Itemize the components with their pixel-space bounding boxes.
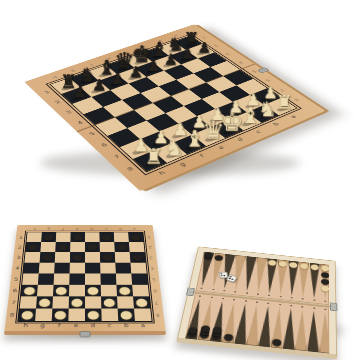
coordinate-label: 1	[144, 235, 153, 241]
peg-hole	[234, 291, 236, 292]
coordinate-label: 4	[234, 59, 247, 66]
coordinate-label: b	[116, 226, 125, 232]
backgammon-point	[307, 310, 319, 352]
backgammon-tilt: ●●●●●●●●●●●● ●●●●●●●●●●	[176, 246, 337, 359]
peg-hole	[279, 296, 281, 298]
black-pawn-icon: ♟	[111, 72, 125, 86]
checkers-square	[24, 252, 40, 262]
coordinate-label: a	[130, 226, 139, 232]
coordinate-label: 4	[73, 119, 87, 127]
black-pawn-icon: ♟	[181, 47, 194, 61]
light-checker-icon: ●	[120, 309, 133, 320]
peg-hole	[279, 304, 281, 306]
peg-hole	[257, 293, 259, 295]
checkers-square	[85, 263, 100, 274]
coordinate-label: 6	[97, 141, 112, 150]
checkers-square	[115, 263, 131, 274]
white-rook-icon: ♜	[276, 94, 293, 111]
peg-hole	[267, 303, 269, 305]
coordinate-label: 4	[148, 265, 158, 271]
backgammon-point	[246, 304, 262, 346]
checkers-square: ●	[21, 285, 38, 297]
checkers-square	[100, 263, 116, 274]
dark-checker-icon: ●	[72, 233, 83, 242]
checkers-square: ●	[114, 242, 129, 252]
checkers-grid: ●●●●●●●●●●●●●●●●●●●●●●●●	[18, 232, 151, 321]
coordinate-label: a	[138, 322, 149, 330]
checkers-square	[100, 273, 116, 284]
black-backgammon-checker-icon: ●	[271, 337, 283, 347]
dark-checker-icon: ●	[101, 233, 112, 242]
checkers-square: ●	[99, 232, 114, 242]
checkers-square: ●	[85, 309, 102, 322]
peg-hole	[233, 299, 235, 301]
light-checker-icon: ●	[23, 285, 36, 295]
coordinate-label: 5	[247, 68, 261, 75]
checkers-square: ●	[100, 252, 115, 262]
peg-hole	[313, 299, 315, 301]
dark-checker-icon: ●	[102, 252, 114, 261]
coordinate-label: d	[88, 322, 98, 330]
white-queen-icon: ♛	[202, 120, 224, 142]
peg-hole	[256, 301, 258, 303]
checkers-square: ●	[85, 242, 100, 252]
checkers-square	[70, 263, 85, 274]
light-backgammon-checker-icon: ●	[309, 263, 319, 271]
coordinate-label: e	[73, 226, 81, 232]
light-checker-icon: ●	[71, 297, 84, 308]
checkers-square	[35, 309, 52, 322]
checkers-square	[130, 263, 146, 274]
checkers-square	[23, 263, 39, 274]
coordinate-label: 2	[51, 98, 65, 106]
dark-checker-icon: ●	[116, 242, 128, 251]
coordinate-label: 3	[62, 108, 76, 116]
checkers-square: ●	[70, 232, 85, 242]
peg-hole	[223, 290, 225, 291]
peg-hole	[324, 309, 326, 311]
coordinate-label: 4	[13, 265, 23, 271]
checkers-square	[115, 252, 131, 262]
coordinate-label: f	[59, 226, 68, 232]
coordinate-label: 3	[147, 255, 157, 261]
checkers-square: ●	[40, 252, 56, 262]
coordinate-label: 2	[145, 244, 154, 250]
chess-grid: ♜♞♝♛♚♝♞♜♟♟♟♟♟♟♟♟♟♟♟♟♟♟♟♟♜♞♝♛♚♝♞♜	[51, 36, 296, 171]
checkers-square	[54, 263, 70, 274]
peg-hole	[324, 300, 326, 302]
coordinate-label: e	[214, 143, 229, 152]
coordinate-label: c	[105, 322, 115, 330]
light-checker-icon: ●	[118, 285, 131, 295]
coordinate-label: 5	[149, 276, 159, 283]
coordinate-label: g	[175, 160, 191, 169]
coordinate-label: e	[71, 322, 81, 330]
dark-checker-icon: ●	[27, 242, 39, 251]
checkers-square	[131, 273, 148, 284]
checkers-square: ●	[36, 296, 53, 308]
peg-hole	[201, 288, 203, 289]
dark-checker-icon: ●	[43, 233, 55, 242]
checkers-square	[69, 273, 85, 284]
checkers-square: ●	[69, 296, 85, 308]
coordinate-label: 3	[14, 255, 24, 261]
black-backgammon-checker-icon: ●	[222, 332, 235, 342]
checkers-square: ●	[52, 309, 69, 322]
peg-hole	[290, 305, 292, 307]
light-checker-icon: ●	[103, 297, 116, 308]
white-rook-icon: ♜	[145, 147, 164, 166]
light-backgammon-checker-icon: ●	[299, 262, 310, 270]
coordinate-label: h	[154, 168, 170, 178]
coordinate-label: b	[121, 322, 131, 330]
peg-hole	[291, 297, 293, 299]
light-checker-icon: ●	[38, 297, 51, 308]
checkers-square: ●	[133, 296, 150, 308]
coordinate-label: 7	[110, 152, 125, 161]
backgammon-point	[295, 309, 308, 351]
coordinate-label: 2	[209, 42, 222, 48]
white-bishop-icon: ♝	[184, 129, 205, 150]
coordinate-label: f	[195, 151, 210, 160]
light-checker-icon: ●	[87, 285, 99, 295]
coordinate-label: 1	[16, 235, 25, 241]
dark-checker-icon: ●	[130, 233, 142, 242]
coordinate-label: 1	[41, 89, 55, 96]
checkers-square: ●	[101, 296, 118, 308]
checkers-square	[68, 309, 85, 322]
coordinate-label: a	[286, 113, 301, 121]
light-checker-icon: ●	[54, 309, 67, 320]
checkers-square: ●	[128, 232, 143, 242]
backgammon-point	[283, 308, 297, 350]
coordinate-label: d	[233, 135, 248, 144]
checkers-square: ●	[41, 232, 56, 242]
checkers-clasp-icon	[79, 331, 90, 337]
black-pawn-icon: ♟	[92, 79, 106, 93]
coordinate-label: g	[44, 226, 53, 232]
black-pawn-icon: ♟	[197, 42, 210, 55]
checkers-square	[55, 252, 70, 262]
coordinate-label: h	[21, 322, 32, 330]
backgammon-scene: ●●●●●●●●●●●● ●●●●●●●●●●	[176, 198, 353, 360]
coordinate-label: 6	[10, 287, 20, 294]
peg-hole	[222, 298, 224, 300]
checkers-square: ●	[116, 285, 133, 297]
peg-hole	[313, 307, 315, 309]
light-backgammon-checker-icon: ●	[277, 259, 288, 267]
black-pawn-icon: ♟	[146, 60, 160, 74]
coordinate-label: c	[251, 128, 266, 137]
coordinate-label: 5	[11, 276, 21, 283]
coordinate-label: f	[54, 322, 64, 330]
peg-hole	[212, 289, 214, 290]
checkers-square: ●	[18, 309, 36, 322]
checkers-square: ●	[70, 252, 85, 262]
checkers-square: ●	[118, 309, 135, 322]
checkers-square: ●	[55, 242, 70, 252]
light-checker-icon: ●	[135, 297, 148, 308]
dark-checker-icon: ●	[87, 242, 98, 251]
dark-checker-icon: ●	[72, 252, 84, 261]
peg-hole	[210, 297, 212, 299]
white-knight-icon: ♞	[258, 100, 277, 119]
checkers-square	[134, 309, 152, 322]
dark-checker-icon: ●	[131, 252, 143, 261]
peg-hole	[268, 295, 270, 297]
checkers-square: ●	[85, 285, 101, 297]
checkers-square: ●	[53, 285, 69, 297]
coordinate-label: 8	[123, 164, 139, 174]
coordinate-label: c	[102, 226, 111, 232]
light-backgammon-checker-icon: ●	[288, 261, 299, 269]
coordinate-label: 8	[153, 311, 164, 318]
black-pawn-icon: ♟	[164, 53, 178, 67]
coordinate-label: b	[269, 120, 284, 128]
black-backgammon-checker-icon: ●	[213, 253, 225, 261]
dark-checker-icon: ●	[41, 252, 53, 261]
checkers-scene: ●●●●●●●●●●●●●●●●●●●●●●●● 12345678hgfedcb…	[4, 168, 168, 338]
peg-hole	[245, 300, 247, 302]
backgammon-board: ●●●●●●●●●●●● ●●●●●●●●●●	[176, 246, 337, 359]
black-pawn-icon: ♟	[129, 66, 143, 80]
chess-square	[84, 107, 115, 125]
coordinate-label: g	[37, 322, 47, 330]
backgammon-point	[319, 311, 329, 353]
coordinate-label: h	[30, 226, 39, 232]
coordinate-label: 6	[150, 287, 160, 294]
checkers-square	[85, 252, 100, 262]
light-backgammon-checker-icon: ●	[320, 284, 329, 293]
white-knight-icon: ♞	[164, 138, 184, 158]
checkers-square: ●	[25, 242, 41, 252]
light-checker-icon: ●	[55, 285, 68, 295]
dark-checker-icon: ●	[57, 242, 69, 251]
checkers-square: ●	[130, 252, 146, 262]
coordinate-label: 5	[85, 130, 100, 139]
coordinate-label: 7	[8, 299, 18, 306]
peg-hole	[246, 292, 248, 294]
light-backgammon-checker-icon: ●	[267, 258, 278, 266]
peg-hole	[302, 306, 304, 308]
coordinate-label: 3	[221, 51, 234, 58]
peg-hole	[302, 298, 304, 300]
coordinate-label: 2	[15, 244, 24, 250]
checkers-square	[38, 273, 54, 284]
hinge-icon-right	[330, 302, 337, 311]
checkers-square	[39, 263, 55, 274]
coordinate-label: 8	[7, 311, 18, 318]
coordinate-label: 7	[151, 299, 161, 306]
checkers-board: ●●●●●●●●●●●●●●●●●●●●●●●● 12345678hgfedcb…	[4, 225, 166, 335]
peg-hole	[199, 295, 201, 297]
black-pawn-icon: ♟	[73, 85, 87, 99]
checkers-square	[101, 309, 118, 322]
coordinate-label: d	[88, 226, 96, 232]
light-checker-icon: ●	[87, 309, 100, 320]
light-checker-icon: ●	[20, 309, 34, 320]
